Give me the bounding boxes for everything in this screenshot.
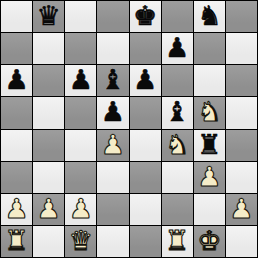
- square-a7[interactable]: [1, 33, 32, 64]
- square-g7[interactable]: [194, 33, 225, 64]
- square-d5[interactable]: ♟: [97, 97, 128, 128]
- square-g2[interactable]: [194, 194, 225, 225]
- square-h3[interactable]: [226, 162, 257, 193]
- piece-white-pawn[interactable]: ♟: [101, 130, 125, 160]
- square-e8[interactable]: ♚: [130, 1, 161, 32]
- square-h7[interactable]: [226, 33, 257, 64]
- square-c4[interactable]: [65, 130, 96, 161]
- piece-black-queen[interactable]: ♛: [37, 1, 61, 31]
- square-e7[interactable]: [130, 33, 161, 64]
- square-a6[interactable]: ♟: [1, 65, 32, 96]
- square-a5[interactable]: [1, 97, 32, 128]
- square-c8[interactable]: [65, 1, 96, 32]
- square-b1[interactable]: [33, 226, 64, 257]
- square-a8[interactable]: [1, 1, 32, 32]
- square-g3[interactable]: ♟: [194, 162, 225, 193]
- square-f7[interactable]: ♟: [162, 33, 193, 64]
- square-b2[interactable]: ♟: [33, 194, 64, 225]
- square-c5[interactable]: [65, 97, 96, 128]
- square-c2[interactable]: ♟: [65, 194, 96, 225]
- square-d3[interactable]: [97, 162, 128, 193]
- piece-black-pawn[interactable]: ♟: [133, 65, 157, 95]
- square-a4[interactable]: [1, 130, 32, 161]
- square-g6[interactable]: [194, 65, 225, 96]
- square-d7[interactable]: [97, 33, 128, 64]
- square-b8[interactable]: ♛: [33, 1, 64, 32]
- piece-black-knight[interactable]: ♞: [197, 1, 221, 31]
- square-f8[interactable]: [162, 1, 193, 32]
- piece-black-bishop[interactable]: ♝: [165, 97, 189, 127]
- square-e3[interactable]: [130, 162, 161, 193]
- piece-white-king[interactable]: ♚: [197, 226, 221, 256]
- piece-black-king[interactable]: ♚: [133, 1, 157, 31]
- piece-white-queen[interactable]: ♛: [69, 226, 93, 256]
- square-d4[interactable]: ♟: [97, 130, 128, 161]
- square-b3[interactable]: [33, 162, 64, 193]
- square-f5[interactable]: ♝: [162, 97, 193, 128]
- piece-white-pawn[interactable]: ♟: [69, 194, 93, 224]
- square-h4[interactable]: [226, 130, 257, 161]
- square-a2[interactable]: ♟: [1, 194, 32, 225]
- piece-white-pawn[interactable]: ♟: [229, 194, 253, 224]
- square-h5[interactable]: [226, 97, 257, 128]
- piece-white-knight[interactable]: ♞: [165, 130, 189, 160]
- square-e6[interactable]: ♟: [130, 65, 161, 96]
- square-c3[interactable]: [65, 162, 96, 193]
- square-g1[interactable]: ♚: [194, 226, 225, 257]
- square-f1[interactable]: ♜: [162, 226, 193, 257]
- piece-white-knight[interactable]: ♞: [197, 97, 221, 127]
- square-b4[interactable]: [33, 130, 64, 161]
- piece-white-pawn[interactable]: ♟: [197, 162, 221, 192]
- piece-black-rook[interactable]: ♜: [197, 130, 221, 160]
- square-h1[interactable]: [226, 226, 257, 257]
- square-c1[interactable]: ♛: [65, 226, 96, 257]
- square-g4[interactable]: ♜: [194, 130, 225, 161]
- square-f2[interactable]: [162, 194, 193, 225]
- square-e5[interactable]: [130, 97, 161, 128]
- square-b6[interactable]: [33, 65, 64, 96]
- square-b5[interactable]: [33, 97, 64, 128]
- square-a3[interactable]: [1, 162, 32, 193]
- square-c6[interactable]: ♟: [65, 65, 96, 96]
- square-g8[interactable]: ♞: [194, 1, 225, 32]
- piece-black-pawn[interactable]: ♟: [4, 65, 28, 95]
- square-h2[interactable]: ♟: [226, 194, 257, 225]
- square-c7[interactable]: [65, 33, 96, 64]
- piece-white-rook[interactable]: ♜: [165, 226, 189, 256]
- square-h6[interactable]: [226, 65, 257, 96]
- square-d1[interactable]: [97, 226, 128, 257]
- piece-black-pawn[interactable]: ♟: [165, 33, 189, 63]
- square-d8[interactable]: [97, 1, 128, 32]
- square-e1[interactable]: [130, 226, 161, 257]
- square-b7[interactable]: [33, 33, 64, 64]
- square-e4[interactable]: [130, 130, 161, 161]
- piece-black-pawn[interactable]: ♟: [69, 65, 93, 95]
- square-e2[interactable]: [130, 194, 161, 225]
- piece-white-pawn[interactable]: ♟: [4, 194, 28, 224]
- square-d6[interactable]: ♝: [97, 65, 128, 96]
- piece-white-rook[interactable]: ♜: [4, 226, 28, 256]
- square-h8[interactable]: [226, 1, 257, 32]
- square-d2[interactable]: [97, 194, 128, 225]
- piece-black-bishop[interactable]: ♝: [101, 65, 125, 95]
- square-a1[interactable]: ♜: [1, 226, 32, 257]
- square-f6[interactable]: [162, 65, 193, 96]
- square-f3[interactable]: [162, 162, 193, 193]
- chess-board: ♛♚♞♟♟♟♝♟♟♝♞♟♞♜♟♟♟♟♟♜♛♜♚: [0, 0, 258, 258]
- square-f4[interactable]: ♞: [162, 130, 193, 161]
- piece-white-pawn[interactable]: ♟: [37, 194, 61, 224]
- square-g5[interactable]: ♞: [194, 97, 225, 128]
- chess-board-window: ♛♚♞♟♟♟♝♟♟♝♞♟♞♜♟♟♟♟♟♜♛♜♚: [0, 0, 258, 258]
- piece-black-pawn[interactable]: ♟: [101, 97, 125, 127]
